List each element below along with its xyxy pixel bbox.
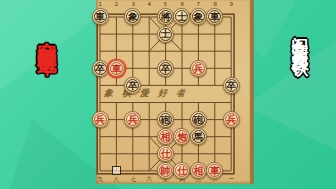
piece-glyph: 車 bbox=[210, 166, 220, 176]
column-label: 4 bbox=[143, 1, 156, 7]
piece-red-advisor-a[interactable]: 仕 bbox=[157, 145, 174, 162]
piece-glyph: 車 bbox=[210, 12, 220, 22]
piece-red-cannon[interactable]: 炮 bbox=[173, 128, 190, 145]
column-label: 1 bbox=[93, 1, 106, 7]
piece-glyph: 仕 bbox=[177, 166, 187, 176]
piece-glyph: 馬 bbox=[194, 132, 204, 142]
column-label: 6 bbox=[175, 1, 188, 7]
column-label: 8 bbox=[208, 1, 221, 7]
board-grid[interactable]: 車象將士象車士卒車卒兵卒卒兵兵砲砲兵相炮馬仕帥仕相車 bbox=[92, 8, 240, 179]
piece-red-rook-a[interactable]: 車 bbox=[108, 60, 125, 77]
last-move-from-marker bbox=[112, 166, 121, 175]
piece-black-cannon-b[interactable]: 砲 bbox=[190, 111, 207, 128]
piece-glyph: 砲 bbox=[161, 115, 171, 125]
piece-black-general[interactable]: 將 bbox=[157, 8, 174, 25]
background-facet bbox=[246, 40, 336, 150]
piece-red-advisor-b[interactable]: 仕 bbox=[173, 162, 190, 179]
column-label: 9 bbox=[225, 1, 238, 7]
piece-glyph: 相 bbox=[194, 166, 204, 176]
piece-black-chariot-a[interactable]: 車 bbox=[92, 8, 109, 25]
piece-red-rook-b[interactable]: 車 bbox=[206, 162, 223, 179]
piece-glyph: 帥 bbox=[161, 166, 171, 176]
piece-glyph: 士 bbox=[161, 29, 171, 39]
piece-red-elephant-a[interactable]: 相 bbox=[157, 128, 174, 145]
piece-black-horse[interactable]: 馬 bbox=[190, 128, 207, 145]
column-label: 7 bbox=[192, 1, 205, 7]
left-title-banner: 全国象棋冠军 bbox=[35, 26, 62, 44]
piece-red-elephant-b[interactable]: 相 bbox=[190, 162, 207, 179]
piece-black-elephant-b[interactable]: 象 bbox=[190, 8, 207, 25]
piece-glyph: 象 bbox=[194, 12, 204, 22]
piece-glyph: 車 bbox=[112, 64, 122, 74]
piece-black-soldier-d[interactable]: 卒 bbox=[223, 77, 240, 94]
piece-red-soldier-c[interactable]: 兵 bbox=[124, 111, 141, 128]
piece-glyph: 卒 bbox=[128, 81, 138, 91]
piece-black-soldier-a[interactable]: 卒 bbox=[92, 60, 109, 77]
piece-glyph: 卒 bbox=[226, 81, 236, 91]
piece-glyph: 相 bbox=[161, 132, 171, 142]
column-label: 5 bbox=[159, 1, 172, 7]
top-column-labels: 123456789 bbox=[92, 0, 240, 8]
piece-glyph: 兵 bbox=[95, 115, 105, 125]
piece-glyph: 仕 bbox=[161, 149, 171, 159]
piece-black-cannon-a[interactable]: 砲 bbox=[157, 111, 174, 128]
piece-glyph: 卒 bbox=[95, 64, 105, 74]
piece-glyph: 炮 bbox=[177, 132, 187, 142]
piece-glyph: 砲 bbox=[194, 115, 204, 125]
piece-glyph: 車 bbox=[95, 12, 105, 22]
piece-glyph: 士 bbox=[177, 12, 187, 22]
piece-glyph: 兵 bbox=[128, 115, 138, 125]
piece-black-advisor-b[interactable]: 士 bbox=[157, 26, 174, 43]
video-frame: 全国象棋冠军 阎文清先负吕钦 123456789 九八七六五四三二一 象棋愛好者… bbox=[0, 0, 336, 189]
piece-black-advisor-a[interactable]: 士 bbox=[173, 8, 190, 25]
piece-black-chariot-b[interactable]: 車 bbox=[206, 8, 223, 25]
piece-glyph: 卒 bbox=[161, 64, 171, 74]
xiangqi-board[interactable]: 123456789 九八七六五四三二一 象棋愛好者 車象將士象車士卒車卒兵卒卒兵… bbox=[96, 0, 254, 184]
piece-glyph: 兵 bbox=[194, 64, 204, 74]
column-label: 2 bbox=[110, 1, 123, 7]
piece-glyph: 象 bbox=[128, 12, 138, 22]
column-label: 3 bbox=[126, 1, 139, 7]
piece-red-soldier-b[interactable]: 兵 bbox=[92, 111, 109, 128]
piece-red-soldier-d[interactable]: 兵 bbox=[223, 111, 240, 128]
piece-glyph: 將 bbox=[161, 12, 171, 22]
piece-black-soldier-b[interactable]: 卒 bbox=[157, 60, 174, 77]
piece-glyph: 兵 bbox=[226, 115, 236, 125]
piece-red-general[interactable]: 帥 bbox=[157, 162, 174, 179]
right-players-banner: 阎文清先负吕钦 bbox=[290, 23, 313, 51]
piece-red-soldier-a[interactable]: 兵 bbox=[190, 60, 207, 77]
piece-black-soldier-c[interactable]: 卒 bbox=[124, 77, 141, 94]
piece-black-elephant-a[interactable]: 象 bbox=[124, 8, 141, 25]
